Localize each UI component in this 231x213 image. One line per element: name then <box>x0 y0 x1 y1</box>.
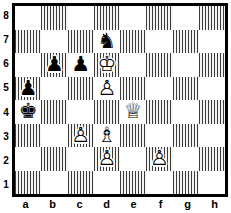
square-h6[interactable] <box>199 53 225 77</box>
file-label-a: a <box>12 196 39 212</box>
square-b4[interactable] <box>41 100 67 124</box>
square-h7[interactable] <box>199 30 225 54</box>
piece-outline-glyph: ♕ <box>120 100 146 124</box>
piece-outline-glyph: ♙ <box>94 77 120 101</box>
file-label-b: b <box>39 196 66 212</box>
piece-outline-glyph: ♔ <box>94 53 120 77</box>
rank-label-6: 6 <box>0 52 12 76</box>
piece-outline-glyph: ♗ <box>94 124 120 148</box>
piece-glyph: ♟ <box>15 77 41 101</box>
rank-label-7: 7 <box>0 27 12 51</box>
square-a3[interactable] <box>15 124 41 148</box>
square-b7[interactable] <box>41 30 67 54</box>
square-g1[interactable] <box>173 171 199 195</box>
square-c5[interactable] <box>68 77 94 101</box>
square-c2[interactable] <box>68 147 94 171</box>
square-d1[interactable] <box>94 171 120 195</box>
rank-label-2: 2 <box>0 149 12 173</box>
file-label-f: f <box>147 196 174 212</box>
rank-label-5: 5 <box>0 76 12 100</box>
square-e6[interactable] <box>120 53 146 77</box>
square-h1[interactable] <box>199 171 225 195</box>
file-label-h: h <box>201 196 228 212</box>
square-g6[interactable] <box>173 53 199 77</box>
file-label-d: d <box>93 196 120 212</box>
rank-label-4: 4 <box>0 100 12 124</box>
square-d4[interactable] <box>94 100 120 124</box>
square-d8[interactable] <box>94 6 120 30</box>
square-f2[interactable]: ♟♙ <box>146 147 172 171</box>
square-c8[interactable] <box>68 6 94 30</box>
board: ♞♟♟♚♔♟♟♙♚♛♕♟♙♝♗♟♙♟♙ <box>12 3 228 197</box>
square-g5[interactable] <box>173 77 199 101</box>
square-f1[interactable] <box>146 171 172 195</box>
square-h5[interactable] <box>199 77 225 101</box>
chess-diagram: 87654321 ♞♟♟♚♔♟♟♙♚♛♕♟♙♝♗♟♙♟♙ abcdefgh <box>0 0 231 213</box>
piece-outline-glyph: ♙ <box>68 124 94 148</box>
square-g7[interactable] <box>173 30 199 54</box>
square-f6[interactable] <box>146 53 172 77</box>
square-a1[interactable] <box>15 171 41 195</box>
piece-glyph: ♚ <box>15 100 41 124</box>
square-c1[interactable] <box>68 171 94 195</box>
white-pawn[interactable]: ♟♙ <box>94 147 120 171</box>
square-b2[interactable] <box>41 147 67 171</box>
square-e8[interactable] <box>120 6 146 30</box>
square-a7[interactable] <box>15 30 41 54</box>
square-b3[interactable] <box>41 124 67 148</box>
square-h3[interactable] <box>199 124 225 148</box>
piece-outline-glyph: ♙ <box>146 147 172 171</box>
square-g2[interactable] <box>173 147 199 171</box>
square-h8[interactable] <box>199 6 225 30</box>
square-e5[interactable] <box>120 77 146 101</box>
black-knight[interactable]: ♞ <box>94 30 120 54</box>
square-a4[interactable]: ♚ <box>15 100 41 124</box>
white-pawn[interactable]: ♟♙ <box>146 147 172 171</box>
square-b6[interactable]: ♟ <box>41 53 67 77</box>
rank-label-1: 1 <box>0 173 12 197</box>
square-e2[interactable] <box>120 147 146 171</box>
piece-outline-glyph: ♙ <box>94 147 120 171</box>
square-b8[interactable] <box>41 6 67 30</box>
square-b1[interactable] <box>41 171 67 195</box>
square-f5[interactable] <box>146 77 172 101</box>
square-a2[interactable] <box>15 147 41 171</box>
square-h2[interactable] <box>199 147 225 171</box>
square-f8[interactable] <box>146 6 172 30</box>
black-pawn[interactable]: ♟ <box>15 77 41 101</box>
square-a8[interactable] <box>15 6 41 30</box>
square-f4[interactable] <box>146 100 172 124</box>
black-pawn[interactable]: ♟ <box>68 53 94 77</box>
file-labels: abcdefgh <box>12 196 228 212</box>
square-d5[interactable]: ♟♙ <box>94 77 120 101</box>
square-e7[interactable] <box>120 30 146 54</box>
black-king[interactable]: ♚ <box>15 100 41 124</box>
file-label-g: g <box>174 196 201 212</box>
square-c3[interactable]: ♟♙ <box>68 124 94 148</box>
black-pawn[interactable]: ♟ <box>41 53 67 77</box>
square-a6[interactable] <box>15 53 41 77</box>
square-c4[interactable] <box>68 100 94 124</box>
file-label-e: e <box>120 196 147 212</box>
square-e1[interactable] <box>120 171 146 195</box>
white-king[interactable]: ♚♔ <box>94 53 120 77</box>
piece-glyph: ♟ <box>68 53 94 77</box>
square-g3[interactable] <box>173 124 199 148</box>
file-label-c: c <box>66 196 93 212</box>
square-c6[interactable]: ♟ <box>68 53 94 77</box>
square-f3[interactable] <box>146 124 172 148</box>
white-bishop[interactable]: ♝♗ <box>94 124 120 148</box>
piece-glyph: ♟ <box>41 53 67 77</box>
square-f7[interactable] <box>146 30 172 54</box>
square-d6[interactable]: ♚♔ <box>94 53 120 77</box>
square-d7[interactable]: ♞ <box>94 30 120 54</box>
square-g4[interactable] <box>173 100 199 124</box>
square-h4[interactable] <box>199 100 225 124</box>
rank-label-3: 3 <box>0 124 12 148</box>
rank-labels: 87654321 <box>0 3 12 197</box>
square-g8[interactable] <box>173 6 199 30</box>
square-e4[interactable]: ♛♕ <box>120 100 146 124</box>
square-a5[interactable]: ♟ <box>15 77 41 101</box>
piece-glyph: ♞ <box>94 30 120 54</box>
white-pawn[interactable]: ♟♙ <box>68 124 94 148</box>
square-d3[interactable]: ♝♗ <box>94 124 120 148</box>
rank-label-8: 8 <box>0 3 12 27</box>
square-b5[interactable] <box>41 77 67 101</box>
square-c7[interactable] <box>68 30 94 54</box>
square-d2[interactable]: ♟♙ <box>94 147 120 171</box>
white-queen[interactable]: ♛♕ <box>120 100 146 124</box>
white-pawn[interactable]: ♟♙ <box>94 77 120 101</box>
square-e3[interactable] <box>120 124 146 148</box>
